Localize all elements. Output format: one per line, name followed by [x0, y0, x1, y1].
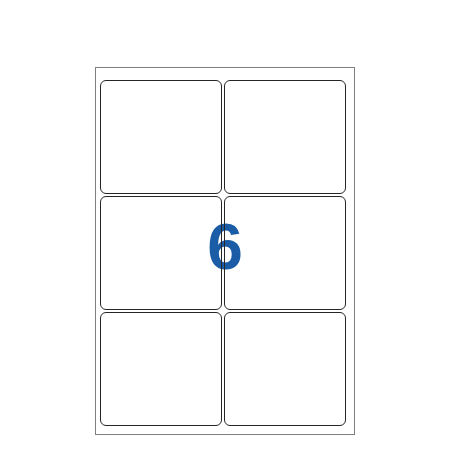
label-cell [100, 312, 222, 426]
label-cell [100, 196, 222, 310]
label-cell [224, 80, 346, 194]
labels-grid [96, 68, 354, 434]
label-cell [100, 80, 222, 194]
label-sheet: 6 [95, 67, 355, 435]
label-cell [224, 312, 346, 426]
page-background: 6 [0, 0, 450, 450]
label-cell [224, 196, 346, 310]
